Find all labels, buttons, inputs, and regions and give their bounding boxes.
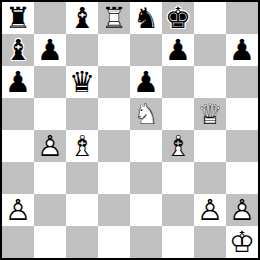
black-queen-glyph: ♛ xyxy=(66,66,98,98)
white-pawn-piece[interactable]: ♟♙ xyxy=(2,194,34,226)
square-e8[interactable]: ♞ xyxy=(130,2,162,34)
square-c4[interactable]: ♝♗ xyxy=(66,130,98,162)
square-c1[interactable] xyxy=(66,226,98,258)
square-g8[interactable] xyxy=(194,2,226,34)
square-a3[interactable] xyxy=(2,162,34,194)
square-h7[interactable]: ♟ xyxy=(226,34,258,66)
black-pawn-piece[interactable]: ♟ xyxy=(34,34,66,66)
black-pawn-glyph: ♟ xyxy=(34,34,66,66)
square-a7[interactable]: ♝ xyxy=(2,34,34,66)
square-f6[interactable] xyxy=(162,66,194,98)
square-e4[interactable] xyxy=(130,130,162,162)
black-rook-glyph: ♜ xyxy=(2,2,34,34)
square-h6[interactable] xyxy=(226,66,258,98)
square-h8[interactable] xyxy=(226,2,258,34)
square-h1[interactable]: ♚♔ xyxy=(226,226,258,258)
square-a8[interactable]: ♜ xyxy=(2,2,34,34)
square-b7[interactable]: ♟ xyxy=(34,34,66,66)
black-rook-piece[interactable]: ♜ xyxy=(2,2,34,34)
square-d5[interactable] xyxy=(98,98,130,130)
square-h5[interactable] xyxy=(226,98,258,130)
black-queen-piece[interactable]: ♛ xyxy=(66,66,98,98)
square-d4[interactable] xyxy=(98,130,130,162)
white-queen-piece[interactable]: ♛♕ xyxy=(194,98,226,130)
white-pawn-outline: ♙ xyxy=(226,194,258,226)
square-d8[interactable]: ♜♖ xyxy=(98,2,130,34)
square-f4[interactable]: ♝♗ xyxy=(162,130,194,162)
white-pawn-outline: ♙ xyxy=(2,194,34,226)
square-f5[interactable] xyxy=(162,98,194,130)
square-d7[interactable] xyxy=(98,34,130,66)
square-a4[interactable] xyxy=(2,130,34,162)
square-e2[interactable] xyxy=(130,194,162,226)
black-pawn-glyph: ♟ xyxy=(130,66,162,98)
square-d1[interactable] xyxy=(98,226,130,258)
black-bishop-piece[interactable]: ♝ xyxy=(66,2,98,34)
square-c8[interactable]: ♝ xyxy=(66,2,98,34)
square-b2[interactable] xyxy=(34,194,66,226)
square-a5[interactable] xyxy=(2,98,34,130)
square-g4[interactable] xyxy=(194,130,226,162)
black-pawn-piece[interactable]: ♟ xyxy=(162,34,194,66)
square-g7[interactable] xyxy=(194,34,226,66)
square-g1[interactable] xyxy=(194,226,226,258)
white-king-outline: ♔ xyxy=(226,226,258,258)
square-g5[interactable]: ♛♕ xyxy=(194,98,226,130)
square-b8[interactable] xyxy=(34,2,66,34)
square-e3[interactable] xyxy=(130,162,162,194)
white-bishop-piece[interactable]: ♝♗ xyxy=(66,130,98,162)
square-b1[interactable] xyxy=(34,226,66,258)
square-a2[interactable]: ♟♙ xyxy=(2,194,34,226)
black-bishop-piece[interactable]: ♝ xyxy=(2,34,34,66)
square-f8[interactable]: ♚ xyxy=(162,2,194,34)
square-g6[interactable] xyxy=(194,66,226,98)
square-d6[interactable] xyxy=(98,66,130,98)
black-pawn-glyph: ♟ xyxy=(226,34,258,66)
white-knight-piece[interactable]: ♞♘ xyxy=(130,98,162,130)
black-pawn-glyph: ♟ xyxy=(162,34,194,66)
square-f1[interactable] xyxy=(162,226,194,258)
white-bishop-piece[interactable]: ♝♗ xyxy=(162,130,194,162)
black-pawn-piece[interactable]: ♟ xyxy=(226,34,258,66)
white-pawn-outline: ♙ xyxy=(194,194,226,226)
white-pawn-outline: ♙ xyxy=(34,130,66,162)
black-king-glyph: ♚ xyxy=(162,2,194,34)
square-b6[interactable] xyxy=(34,66,66,98)
black-pawn-glyph: ♟ xyxy=(2,66,34,98)
square-f2[interactable] xyxy=(162,194,194,226)
square-b4[interactable]: ♟♙ xyxy=(34,130,66,162)
square-e7[interactable] xyxy=(130,34,162,66)
square-b3[interactable] xyxy=(34,162,66,194)
square-c2[interactable] xyxy=(66,194,98,226)
chess-board: ♜♝♜♖♞♚♝♟♟♟♟♛♟♞♘♛♕♟♙♝♗♝♗♟♙♟♙♟♙♚♔ xyxy=(0,0,260,260)
white-king-piece[interactable]: ♚♔ xyxy=(226,226,258,258)
square-h4[interactable] xyxy=(226,130,258,162)
square-a1[interactable] xyxy=(2,226,34,258)
square-e1[interactable] xyxy=(130,226,162,258)
white-pawn-piece[interactable]: ♟♙ xyxy=(194,194,226,226)
white-pawn-piece[interactable]: ♟♙ xyxy=(226,194,258,226)
square-d2[interactable] xyxy=(98,194,130,226)
white-bishop-outline: ♗ xyxy=(162,130,194,162)
black-knight-glyph: ♞ xyxy=(130,2,162,34)
white-pawn-piece[interactable]: ♟♙ xyxy=(34,130,66,162)
square-g2[interactable]: ♟♙ xyxy=(194,194,226,226)
black-pawn-piece[interactable]: ♟ xyxy=(130,66,162,98)
black-knight-piece[interactable]: ♞ xyxy=(130,2,162,34)
square-h3[interactable] xyxy=(226,162,258,194)
square-c3[interactable] xyxy=(66,162,98,194)
black-pawn-piece[interactable]: ♟ xyxy=(2,66,34,98)
white-queen-outline: ♕ xyxy=(194,98,226,130)
square-c6[interactable]: ♛ xyxy=(66,66,98,98)
white-rook-outline: ♖ xyxy=(98,2,130,34)
square-d3[interactable] xyxy=(98,162,130,194)
square-h2[interactable]: ♟♙ xyxy=(226,194,258,226)
black-bishop-glyph: ♝ xyxy=(2,34,34,66)
square-f7[interactable]: ♟ xyxy=(162,34,194,66)
white-rook-piece[interactable]: ♜♖ xyxy=(98,2,130,34)
square-g3[interactable] xyxy=(194,162,226,194)
chess-diagram: ♜♝♜♖♞♚♝♟♟♟♟♛♟♞♘♛♕♟♙♝♗♝♗♟♙♟♙♟♙♚♔ xyxy=(0,0,260,260)
square-f3[interactable] xyxy=(162,162,194,194)
square-c5[interactable] xyxy=(66,98,98,130)
square-a6[interactable]: ♟ xyxy=(2,66,34,98)
square-c7[interactable] xyxy=(66,34,98,66)
square-b5[interactable] xyxy=(34,98,66,130)
black-bishop-glyph: ♝ xyxy=(66,2,98,34)
white-knight-outline: ♘ xyxy=(130,98,162,130)
square-e5[interactable]: ♞♘ xyxy=(130,98,162,130)
white-bishop-outline: ♗ xyxy=(66,130,98,162)
square-e6[interactable]: ♟ xyxy=(130,66,162,98)
black-king-piece[interactable]: ♚ xyxy=(162,2,194,34)
